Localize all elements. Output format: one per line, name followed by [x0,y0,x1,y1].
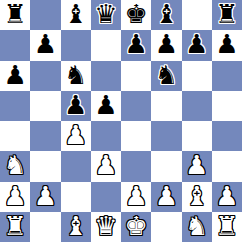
square-a2[interactable]: ♟ [0,182,30,212]
square-a3[interactable]: ♞ [0,151,30,181]
square-a8[interactable]: ♜ [0,0,30,30]
square-c2[interactable] [61,182,91,212]
square-g1[interactable]: ♞ [182,212,212,242]
black-pawn[interactable]: ♟ [64,92,87,118]
square-e1[interactable]: ♚ [121,212,151,242]
white-pawn[interactable]: ♟ [215,183,238,209]
square-e6[interactable] [121,61,151,91]
white-bishop[interactable]: ♝ [64,213,87,239]
square-h6[interactable] [212,61,242,91]
square-a1[interactable]: ♜ [0,212,30,242]
square-b7[interactable]: ♟ [30,30,60,60]
square-d6[interactable] [91,61,121,91]
white-pawn[interactable]: ♟ [34,183,57,209]
square-d8[interactable]: ♛ [91,0,121,30]
black-pawn[interactable]: ♟ [34,31,57,57]
square-h4[interactable] [212,121,242,151]
square-e8[interactable]: ♚ [121,0,151,30]
white-pawn[interactable]: ♟ [94,152,117,178]
black-knight[interactable]: ♞ [155,62,178,88]
square-h5[interactable] [212,91,242,121]
black-pawn[interactable]: ♟ [124,31,147,57]
square-b2[interactable]: ♟ [30,182,60,212]
black-pawn[interactable]: ♟ [3,62,26,88]
white-pawn[interactable]: ♟ [155,183,178,209]
square-f5[interactable] [151,91,181,121]
square-a6[interactable]: ♟ [0,61,30,91]
square-g2[interactable]: ♝ [182,182,212,212]
square-c1[interactable]: ♝ [61,212,91,242]
square-f7[interactable]: ♟ [151,30,181,60]
square-b4[interactable] [30,121,60,151]
square-h8[interactable]: ♜ [212,0,242,30]
white-pawn[interactable]: ♟ [124,183,147,209]
square-g7[interactable]: ♟ [182,30,212,60]
square-f8[interactable]: ♝ [151,0,181,30]
white-pawn[interactable]: ♟ [185,152,208,178]
square-g5[interactable] [182,91,212,121]
square-f2[interactable]: ♟ [151,182,181,212]
white-bishop[interactable]: ♝ [185,183,208,209]
square-d1[interactable]: ♛ [91,212,121,242]
black-rook[interactable]: ♜ [215,1,238,27]
black-knight[interactable]: ♞ [64,62,87,88]
square-c4[interactable]: ♟ [61,121,91,151]
square-b3[interactable] [30,151,60,181]
black-pawn[interactable]: ♟ [94,92,117,118]
black-king[interactable]: ♚ [124,1,147,27]
square-b1[interactable] [30,212,60,242]
square-f3[interactable] [151,151,181,181]
square-c7[interactable] [61,30,91,60]
square-e2[interactable]: ♟ [121,182,151,212]
white-rook[interactable]: ♜ [3,213,26,239]
black-queen[interactable]: ♛ [94,1,117,27]
white-rook[interactable]: ♜ [215,213,238,239]
square-g8[interactable] [182,0,212,30]
square-d3[interactable]: ♟ [91,151,121,181]
square-f6[interactable]: ♞ [151,61,181,91]
square-f4[interactable] [151,121,181,151]
square-g3[interactable]: ♟ [182,151,212,181]
square-h2[interactable]: ♟ [212,182,242,212]
square-e3[interactable] [121,151,151,181]
white-pawn[interactable]: ♟ [3,183,26,209]
square-h3[interactable] [212,151,242,181]
square-c8[interactable]: ♝ [61,0,91,30]
square-d5[interactable]: ♟ [91,91,121,121]
square-c5[interactable]: ♟ [61,91,91,121]
white-queen[interactable]: ♛ [94,213,117,239]
black-bishop[interactable]: ♝ [64,1,87,27]
black-pawn[interactable]: ♟ [155,31,178,57]
square-d7[interactable] [91,30,121,60]
square-h7[interactable]: ♟ [212,30,242,60]
white-knight[interactable]: ♞ [3,152,26,178]
square-f1[interactable] [151,212,181,242]
square-d2[interactable] [91,182,121,212]
square-b5[interactable] [30,91,60,121]
white-king[interactable]: ♚ [124,213,147,239]
white-knight[interactable]: ♞ [185,213,208,239]
square-a5[interactable] [0,91,30,121]
square-e7[interactable]: ♟ [121,30,151,60]
black-rook[interactable]: ♜ [3,1,26,27]
square-e4[interactable] [121,121,151,151]
square-g6[interactable] [182,61,212,91]
square-b6[interactable] [30,61,60,91]
square-h1[interactable]: ♜ [212,212,242,242]
square-b8[interactable] [30,0,60,30]
square-c3[interactable] [61,151,91,181]
square-g4[interactable] [182,121,212,151]
white-pawn[interactable]: ♟ [64,122,87,148]
square-a7[interactable] [0,30,30,60]
black-pawn[interactable]: ♟ [185,31,208,57]
square-d4[interactable] [91,121,121,151]
square-c6[interactable]: ♞ [61,61,91,91]
black-bishop[interactable]: ♝ [155,1,178,27]
black-pawn[interactable]: ♟ [215,31,238,57]
square-a4[interactable] [0,121,30,151]
square-e5[interactable] [121,91,151,121]
chess-board: ♜♝♛♚♝♜♟♟♟♟♟♟♞♞♟♟♟♞♟♟♟♟♟♟♝♟♜♝♛♚♞♜ [0,0,242,242]
